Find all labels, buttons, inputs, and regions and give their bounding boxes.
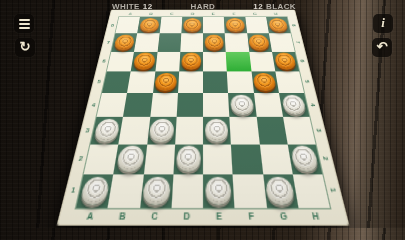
square-f2[interactable] [231, 144, 263, 174]
hud-bar: WHITE 12 HARD 12 BLACK [112, 1, 296, 12]
white-piece-d2[interactable] [175, 146, 201, 172]
rank-label-1: 1 [70, 187, 76, 195]
square-h5[interactable] [275, 71, 304, 93]
square-e1[interactable] [203, 174, 235, 208]
square-a8[interactable] [115, 17, 140, 33]
square-g8[interactable] [245, 17, 269, 33]
square-d5[interactable] [178, 71, 203, 93]
white-count: 12 [143, 2, 153, 11]
rank-label-6: 6 [102, 59, 106, 64]
file-label-e: E [203, 211, 235, 221]
file-labels-bottom: ABCDEFGH [72, 208, 333, 224]
rank-label-2: 2 [321, 157, 329, 161]
square-h8[interactable] [266, 17, 291, 33]
square-f8[interactable] [224, 17, 247, 33]
black-piece-d8[interactable] [183, 18, 202, 32]
restart-icon: ↻ [20, 40, 31, 53]
file-label-g: G [244, 12, 265, 16]
square-f7[interactable] [225, 33, 249, 51]
white-piece-b2[interactable] [116, 146, 145, 172]
black-label: BLACK [266, 2, 296, 11]
white-label: WHITE [112, 2, 140, 11]
square-b6[interactable] [131, 51, 157, 71]
square-b1[interactable] [108, 174, 144, 208]
hamburger-icon [19, 23, 30, 25]
square-d2[interactable] [173, 144, 203, 174]
black-piece-a7[interactable] [113, 35, 135, 50]
file-label-a: A [119, 12, 141, 16]
black-piece-h6[interactable] [274, 53, 298, 70]
square-b7[interactable] [134, 33, 159, 51]
board-3d: ABCDEFGH ABCDEFGH 87654321 87654321 [57, 10, 350, 226]
square-c5[interactable] [153, 71, 179, 93]
square-c4[interactable] [150, 93, 178, 117]
square-d8[interactable] [181, 17, 203, 33]
square-a6[interactable] [107, 51, 134, 71]
hamburger-icon [19, 19, 30, 21]
square-a7[interactable] [111, 33, 137, 51]
info-icon: i [381, 16, 385, 29]
black-count: 12 [253, 2, 263, 11]
square-e2[interactable] [203, 144, 233, 174]
black-piece-g5[interactable] [253, 73, 277, 92]
square-g6[interactable] [249, 51, 275, 71]
white-piece-h2[interactable] [290, 146, 320, 172]
square-b3[interactable] [119, 117, 150, 144]
square-b5[interactable] [127, 71, 155, 93]
black-piece-b6[interactable] [133, 53, 156, 70]
file-label-d: D [171, 211, 203, 221]
rank-label-4: 4 [91, 102, 96, 108]
square-e4[interactable] [203, 93, 230, 117]
square-d6[interactable] [179, 51, 203, 71]
square-h4[interactable] [279, 93, 310, 117]
menu-button[interactable] [14, 14, 34, 33]
square-g7[interactable] [247, 33, 272, 51]
rank-label-8: 8 [111, 23, 115, 27]
rank-label-3: 3 [85, 127, 90, 133]
square-h6[interactable] [272, 51, 299, 71]
square-c1[interactable] [140, 174, 174, 208]
rank-label-7: 7 [107, 40, 111, 44]
white-piece-c1[interactable] [142, 176, 171, 205]
undo-button[interactable]: ↶ [372, 38, 392, 57]
square-b2[interactable] [114, 144, 147, 174]
square-b4[interactable] [123, 93, 152, 117]
rank-label-7: 7 [295, 41, 301, 43]
square-e3[interactable] [203, 117, 231, 144]
square-h7[interactable] [269, 33, 295, 51]
white-piece-g1[interactable] [265, 176, 296, 205]
white-piece-c3[interactable] [149, 119, 174, 142]
white-piece-a1[interactable] [79, 176, 111, 205]
file-label-h: H [299, 211, 333, 221]
rank-label-3: 3 [315, 128, 322, 132]
info-button[interactable]: i [373, 14, 393, 33]
square-g5[interactable] [251, 71, 279, 93]
square-e5[interactable] [203, 71, 228, 93]
rank-label-8: 8 [291, 24, 297, 26]
board-grid[interactable] [76, 17, 330, 208]
square-f1[interactable] [233, 174, 267, 208]
file-label-f: F [224, 12, 245, 16]
rank-label-5: 5 [304, 80, 311, 83]
square-c2[interactable] [143, 144, 175, 174]
black-score: 12 BLACK [253, 2, 296, 11]
rank-label-1: 1 [329, 188, 337, 192]
square-e6[interactable] [203, 51, 227, 71]
rank-label-6: 6 [299, 60, 305, 63]
file-label-b: B [140, 12, 161, 16]
file-label-c: C [138, 211, 171, 221]
square-d1[interactable] [171, 174, 203, 208]
file-label-h: H [265, 12, 287, 16]
board-frame: ABCDEFGH ABCDEFGH 87654321 87654321 [57, 10, 350, 226]
black-piece-d6[interactable] [181, 53, 202, 70]
square-c7[interactable] [157, 33, 181, 51]
square-c8[interactable] [159, 17, 182, 33]
white-score: WHITE 12 [112, 2, 152, 11]
black-piece-f8[interactable] [226, 18, 246, 32]
rank-label-2: 2 [78, 155, 84, 162]
black-piece-c5[interactable] [154, 73, 177, 92]
file-label-a: A [73, 211, 107, 221]
black-piece-b8[interactable] [139, 18, 159, 32]
square-f4[interactable] [228, 93, 256, 117]
square-c3[interactable] [147, 117, 177, 144]
white-piece-e3[interactable] [205, 119, 229, 142]
square-c6[interactable] [155, 51, 180, 71]
file-label-e: E [203, 12, 224, 16]
square-b8[interactable] [137, 17, 161, 33]
file-label-c: C [161, 12, 182, 16]
square-f3[interactable] [230, 117, 260, 144]
white-piece-h4[interactable] [281, 95, 307, 116]
square-f5[interactable] [227, 71, 253, 93]
white-piece-e1[interactable] [205, 176, 232, 205]
square-e8[interactable] [203, 17, 225, 33]
file-label-d: D [182, 12, 203, 16]
square-e7[interactable] [203, 33, 226, 51]
rank-label-4: 4 [309, 103, 316, 106]
square-a5[interactable] [102, 71, 131, 93]
file-label-b: B [106, 211, 140, 221]
restart-button[interactable]: ↻ [15, 38, 35, 57]
difficulty-label: HARD [191, 2, 216, 11]
hamburger-icon [19, 27, 30, 29]
file-label-g: G [267, 211, 301, 221]
black-piece-e7[interactable] [205, 35, 225, 50]
white-piece-f4[interactable] [230, 95, 254, 116]
wood-background: { "game": "checkers", "hud": { "white_la… [0, 0, 405, 228]
black-piece-h8[interactable] [268, 18, 289, 32]
square-d7[interactable] [180, 33, 203, 51]
white-piece-a3[interactable] [93, 119, 121, 142]
square-d3[interactable] [175, 117, 203, 144]
square-d4[interactable] [176, 93, 203, 117]
undo-icon: ↶ [377, 40, 388, 53]
rank-label-5: 5 [97, 79, 101, 84]
square-f6[interactable] [226, 51, 251, 71]
black-piece-g7[interactable] [248, 35, 269, 50]
file-label-f: F [235, 211, 268, 221]
